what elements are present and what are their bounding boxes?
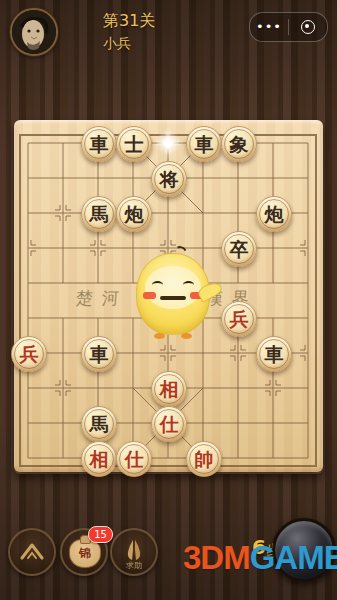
piece-馬-black[interactable]: 馬	[81, 196, 117, 232]
more-options-icon[interactable]: •••	[250, 14, 288, 40]
menu-button[interactable]	[8, 528, 56, 576]
piece-車-black[interactable]: 車	[256, 336, 292, 372]
piece-車-black[interactable]: 車	[81, 126, 117, 162]
piece-車-black[interactable]: 車	[186, 126, 222, 162]
bottom-toolbar: 锦 15 求助 6步 3DMGAME	[0, 515, 337, 600]
piece-character: 将	[160, 170, 179, 189]
hint-bag-button[interactable]: 锦 15	[60, 528, 108, 576]
praying-hands-icon	[123, 538, 145, 562]
piece-馬-black[interactable]: 馬	[81, 406, 117, 442]
level-info: 第31关 小兵	[103, 11, 155, 53]
piece-character: 馬	[90, 415, 109, 434]
target-circle-icon	[301, 20, 315, 34]
piece-character: 象	[230, 135, 249, 154]
hint-count-badge: 15	[88, 526, 113, 543]
money-bag-icon: 锦	[69, 539, 101, 568]
level-title: 第31关	[103, 11, 155, 31]
piece-士-black[interactable]: 士	[116, 126, 152, 162]
piece-character: 車	[195, 135, 214, 154]
piece-character: 炮	[265, 205, 284, 224]
piece-兵-red[interactable]: 兵	[221, 301, 257, 337]
piece-兵-red[interactable]: 兵	[11, 336, 47, 372]
piece-相-red[interactable]: 相	[81, 441, 117, 477]
close-target-button[interactable]	[289, 20, 327, 34]
piece-character: 士	[125, 135, 144, 154]
piece-character: 相	[90, 450, 109, 469]
piece-character: 卒	[230, 240, 249, 259]
piece-炮-black[interactable]: 炮	[116, 196, 152, 232]
piece-character: 仕	[125, 450, 144, 469]
piece-character: 馬	[90, 205, 109, 224]
piece-象-black[interactable]: 象	[221, 126, 257, 162]
watermark-game: GAME	[250, 539, 337, 576]
pieces-layer: 車士車象将馬炮炮卒兵兵車車相馬仕相仕帥	[14, 120, 323, 472]
miniprogram-capsule: •••	[249, 12, 328, 42]
piece-character: 炮	[125, 205, 144, 224]
help-label: 求助	[112, 560, 156, 571]
piece-character: 仕	[160, 415, 179, 434]
app-screen: 第31关 小兵 ••• 楚河 漢界 車士車象	[0, 0, 337, 600]
piece-帥-red[interactable]: 帥	[186, 441, 222, 477]
player-avatar[interactable]	[10, 8, 58, 56]
piece-将-black[interactable]: 将	[151, 161, 187, 197]
piece-character: 相	[160, 380, 179, 399]
piece-相-red[interactable]: 相	[151, 371, 187, 407]
piece-車-black[interactable]: 車	[81, 336, 117, 372]
piece-character: 車	[90, 135, 109, 154]
watermark-3dm: 3DM	[183, 539, 250, 576]
xiangqi-board[interactable]: 楚河 漢界 車士車象将馬炮炮卒兵兵車車相馬仕相仕帥	[14, 120, 323, 472]
piece-character: 兵	[230, 310, 249, 329]
piece-character: 帥	[195, 450, 214, 469]
ask-help-button[interactable]: 求助	[110, 528, 158, 576]
piece-卒-black[interactable]: 卒	[221, 231, 257, 267]
header: 第31关 小兵 •••	[0, 0, 337, 62]
watermark-logo: 3DMGAME	[183, 539, 337, 577]
piece-character: 車	[265, 345, 284, 364]
piece-仕-red[interactable]: 仕	[116, 441, 152, 477]
piece-character: 車	[90, 345, 109, 364]
piece-character: 兵	[20, 345, 39, 364]
chevron-up-icon	[20, 542, 44, 560]
piece-仕-red[interactable]: 仕	[151, 406, 187, 442]
level-subtitle: 小兵	[103, 35, 155, 53]
piece-炮-black[interactable]: 炮	[256, 196, 292, 232]
avatar-face-image	[12, 10, 56, 54]
